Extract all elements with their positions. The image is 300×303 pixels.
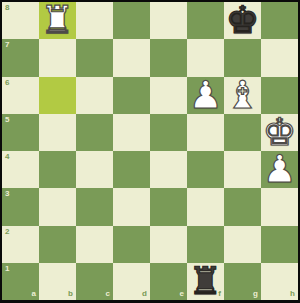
square-d2[interactable] [113,226,150,263]
square-c4[interactable] [76,151,113,188]
square-a5[interactable]: 5 [2,114,39,151]
white-king[interactable]: ♚ [262,114,296,151]
square-d5[interactable] [113,114,150,151]
square-d1[interactable]: d [113,263,150,300]
rank-label-4: 4 [5,153,9,161]
square-b8[interactable]: ♜ [39,2,76,39]
rank-label-1: 1 [5,265,9,273]
black-rook[interactable]: ♜ [188,263,222,300]
square-d4[interactable] [113,151,150,188]
square-a3[interactable]: 3 [2,188,39,225]
square-d7[interactable] [113,39,150,76]
file-label-b: b [68,290,73,298]
square-b1[interactable]: b [39,263,76,300]
square-h8[interactable] [261,2,298,39]
square-a4[interactable]: 4 [2,151,39,188]
square-h5[interactable]: ♚ [261,114,298,151]
rank-label-8: 8 [5,4,9,12]
square-f7[interactable] [187,39,224,76]
square-c6[interactable] [76,77,113,114]
file-label-e: e [180,290,184,298]
square-e3[interactable] [150,188,187,225]
board-frame: 8♜♚76♟♝5♚4♟321abcdef♜gh [0,0,300,303]
square-d8[interactable] [113,2,150,39]
file-label-g: g [253,290,258,298]
square-c3[interactable] [76,188,113,225]
square-a8[interactable]: 8 [2,2,39,39]
chess-board: 8♜♚76♟♝5♚4♟321abcdef♜gh [2,2,298,300]
square-h6[interactable] [261,77,298,114]
square-f8[interactable] [187,2,224,39]
white-rook[interactable]: ♜ [40,2,74,39]
file-label-a: a [32,290,36,298]
square-d3[interactable] [113,188,150,225]
square-e2[interactable] [150,226,187,263]
white-pawn[interactable]: ♟ [188,77,222,114]
square-f4[interactable] [187,151,224,188]
file-label-h: h [290,290,295,298]
square-e7[interactable] [150,39,187,76]
black-king[interactable]: ♚ [225,2,259,39]
rank-label-5: 5 [5,116,9,124]
square-h3[interactable] [261,188,298,225]
square-f6[interactable]: ♟ [187,77,224,114]
square-e6[interactable] [150,77,187,114]
square-f1[interactable]: f♜ [187,263,224,300]
square-a7[interactable]: 7 [2,39,39,76]
square-g8[interactable]: ♚ [224,2,261,39]
square-g5[interactable] [224,114,261,151]
white-pawn[interactable]: ♟ [262,151,296,188]
square-b4[interactable] [39,151,76,188]
square-g7[interactable] [224,39,261,76]
square-a1[interactable]: 1a [2,263,39,300]
square-e4[interactable] [150,151,187,188]
square-h7[interactable] [261,39,298,76]
rank-label-7: 7 [5,41,9,49]
square-g2[interactable] [224,226,261,263]
square-f3[interactable] [187,188,224,225]
square-g3[interactable] [224,188,261,225]
square-f5[interactable] [187,114,224,151]
file-label-d: d [142,290,147,298]
square-a6[interactable]: 6 [2,77,39,114]
rank-label-6: 6 [5,79,9,87]
square-e1[interactable]: e [150,263,187,300]
square-g1[interactable]: g [224,263,261,300]
square-g4[interactable] [224,151,261,188]
square-b6[interactable] [39,77,76,114]
square-h1[interactable]: h [261,263,298,300]
square-c8[interactable] [76,2,113,39]
square-b3[interactable] [39,188,76,225]
square-f2[interactable] [187,226,224,263]
file-label-c: c [106,290,110,298]
square-c2[interactable] [76,226,113,263]
square-c7[interactable] [76,39,113,76]
square-c5[interactable] [76,114,113,151]
square-c1[interactable]: c [76,263,113,300]
square-e5[interactable] [150,114,187,151]
white-bishop[interactable]: ♝ [225,77,259,114]
rank-label-3: 3 [5,190,9,198]
square-b5[interactable] [39,114,76,151]
square-b7[interactable] [39,39,76,76]
square-a2[interactable]: 2 [2,226,39,263]
square-e8[interactable] [150,2,187,39]
square-h4[interactable]: ♟ [261,151,298,188]
square-h2[interactable] [261,226,298,263]
square-b2[interactable] [39,226,76,263]
square-d6[interactable] [113,77,150,114]
square-g6[interactable]: ♝ [224,77,261,114]
rank-label-2: 2 [5,228,9,236]
